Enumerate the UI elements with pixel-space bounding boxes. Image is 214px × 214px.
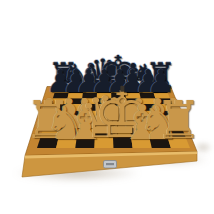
piece-white-rook[interactable]: ♜	[155, 94, 202, 146]
wooden-chess-set-photo: ♜♞♝♛♚♝♞♜♟♟♟♟♟♟♟♟♟♟♟♟♟♟♟♟♜♞♝♛♚♝♞♜	[0, 0, 214, 214]
white-king-dark-finial	[120, 86, 124, 92]
metal-clasp	[104, 161, 117, 169]
